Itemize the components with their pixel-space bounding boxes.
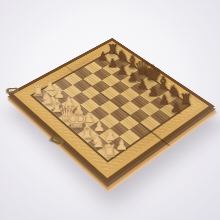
white-piece-glyph: ♜ <box>94 143 125 160</box>
chess-board: ♜♟♟♜♞♟♟♞♝♟♟♝♛♟♟♛♚♟♟♚♝♟♟♝♞♟♟♞♜♟♟♜ <box>8 38 215 184</box>
product-photo-scene: ♜♟♟♜♞♟♟♞♝♟♟♝♛♟♟♛♚♟♟♚♝♟♟♝♞♟♟♞♜♟♟♜ <box>0 0 220 220</box>
perspective-layer: ♜♟♟♜♞♟♟♞♝♟♟♝♛♟♟♛♚♟♟♚♝♟♟♝♞♟♟♞♜♟♟♜ <box>0 0 220 220</box>
black-piece-glyph: ♟ <box>161 101 190 114</box>
